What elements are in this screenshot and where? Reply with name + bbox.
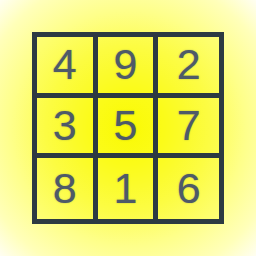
cell-value: 4: [53, 43, 77, 86]
cell-value: 2: [177, 43, 201, 86]
cell-value: 8: [53, 167, 77, 210]
cell-r0c1[interactable]: 9: [98, 37, 159, 98]
cell-r1c0[interactable]: 3: [37, 98, 98, 159]
cell-value: 3: [53, 104, 77, 147]
cell-value: 5: [114, 104, 138, 147]
cell-r1c1[interactable]: 5: [98, 98, 159, 159]
cell-value: 9: [114, 43, 138, 86]
magic-square-screen: 4 9 2 3 5 7 8 1 6: [0, 0, 256, 256]
cell-value: 6: [177, 167, 201, 210]
cell-r0c2[interactable]: 2: [158, 37, 219, 98]
cell-r2c1[interactable]: 1: [98, 158, 159, 219]
cell-r2c2[interactable]: 6: [158, 158, 219, 219]
magic-square-board: 4 9 2 3 5 7 8 1 6: [32, 32, 224, 224]
cell-value: 7: [177, 104, 201, 147]
cell-r2c0[interactable]: 8: [37, 158, 98, 219]
cell-r1c2[interactable]: 7: [158, 98, 219, 159]
cell-value: 1: [114, 167, 138, 210]
cell-r0c0[interactable]: 4: [37, 37, 98, 98]
